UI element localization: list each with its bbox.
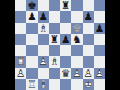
board-square-h1[interactable] <box>94 79 105 90</box>
board-square-d2[interactable] <box>49 68 60 79</box>
board-square-e5[interactable]: ♟ <box>60 34 71 45</box>
board-square-g1[interactable]: ♚♔ <box>83 79 94 90</box>
board-square-e4[interactable] <box>60 45 71 56</box>
board-square-f8[interactable] <box>71 0 82 11</box>
board-square-a5[interactable] <box>15 34 26 45</box>
board-square-c3[interactable]: ♟♙ <box>38 56 49 67</box>
chess-board: ♚♜♟♟♟♝♗♛♕♟♜♟♞♜♖♟♙♝♗♟♙♛♟♙♟♙♟♙♜♖♝♗♚♔ <box>15 0 105 90</box>
black-rook-piece[interactable]: ♜ <box>60 0 71 11</box>
board-square-g7[interactable]: ♟ <box>83 11 94 22</box>
board-square-e3[interactable] <box>60 56 71 67</box>
black-pawn-piece[interactable]: ♟ <box>26 11 37 22</box>
board-square-b1[interactable]: ♜♖ <box>26 79 37 90</box>
board-square-b6[interactable] <box>26 23 37 34</box>
board-square-a3[interactable]: ♜♖ <box>15 56 26 67</box>
black-rook-piece[interactable]: ♜ <box>49 34 60 45</box>
board-square-c7[interactable]: ♟ <box>38 11 49 22</box>
board-square-h5[interactable] <box>94 34 105 45</box>
black-queen-piece[interactable]: ♛ <box>60 68 71 79</box>
board-square-d5[interactable]: ♜ <box>49 34 60 45</box>
board-square-f1[interactable] <box>71 79 82 90</box>
board-square-h8[interactable] <box>94 0 105 11</box>
board-square-a8[interactable] <box>15 0 26 11</box>
white-rook-piece[interactable]: ♜♖ <box>15 56 26 67</box>
white-pawn-piece[interactable]: ♟♙ <box>94 68 105 79</box>
board-square-c6[interactable]: ♝♗ <box>38 23 49 34</box>
white-pawn-piece[interactable]: ♟♙ <box>71 68 82 79</box>
board-square-e8[interactable]: ♜ <box>60 0 71 11</box>
board-square-d3[interactable]: ♝♗ <box>49 56 60 67</box>
black-pawn-piece[interactable]: ♟ <box>38 11 49 22</box>
board-square-a7[interactable] <box>15 11 26 22</box>
white-king-piece[interactable]: ♚♔ <box>83 79 94 90</box>
board-square-e7[interactable] <box>60 11 71 22</box>
board-square-f2[interactable]: ♟♙ <box>71 68 82 79</box>
board-square-h3[interactable] <box>94 56 105 67</box>
board-square-g3[interactable] <box>83 56 94 67</box>
board-square-e1[interactable] <box>60 79 71 90</box>
black-pawn-piece[interactable]: ♟ <box>60 34 71 45</box>
board-square-f3[interactable] <box>71 56 82 67</box>
white-pawn-piece[interactable]: ♟♙ <box>15 68 26 79</box>
black-pawn-piece[interactable]: ♟ <box>94 23 105 34</box>
board-square-a6[interactable] <box>15 23 26 34</box>
board-square-h4[interactable] <box>94 45 105 56</box>
board-square-d1[interactable] <box>49 79 60 90</box>
board-square-b3[interactable] <box>26 56 37 67</box>
board-square-g4[interactable] <box>83 45 94 56</box>
board-square-a2[interactable]: ♟♙ <box>15 68 26 79</box>
white-pawn-piece[interactable]: ♟♙ <box>38 56 49 67</box>
board-square-b7[interactable]: ♟ <box>26 11 37 22</box>
board-square-f4[interactable] <box>71 45 82 56</box>
board-square-h2[interactable]: ♟♙ <box>94 68 105 79</box>
white-rook-piece[interactable]: ♜♖ <box>26 79 37 90</box>
board-square-h7[interactable] <box>94 11 105 22</box>
board-square-f5[interactable]: ♞ <box>71 34 82 45</box>
board-square-e2[interactable]: ♛ <box>60 68 71 79</box>
board-square-d7[interactable] <box>49 11 60 22</box>
black-knight-piece[interactable]: ♞ <box>71 34 82 45</box>
app-background: ♚♜♟♟♟♝♗♛♕♟♜♟♞♜♖♟♙♝♗♟♙♛♟♙♟♙♟♙♜♖♝♗♚♔ <box>0 0 120 90</box>
white-bishop-piece[interactable]: ♝♗ <box>49 56 60 67</box>
board-square-a1[interactable] <box>15 79 26 90</box>
board-square-c1[interactable]: ♝♗ <box>38 79 49 90</box>
board-square-f7[interactable] <box>71 11 82 22</box>
board-square-b4[interactable] <box>26 45 37 56</box>
white-bishop-piece[interactable]: ♝♗ <box>38 79 49 90</box>
board-square-d8[interactable] <box>49 0 60 11</box>
board-square-b5[interactable] <box>26 34 37 45</box>
board-square-g5[interactable] <box>83 34 94 45</box>
black-pawn-piece[interactable]: ♟ <box>83 11 94 22</box>
board-square-c5[interactable] <box>38 34 49 45</box>
board-square-g6[interactable] <box>83 23 94 34</box>
white-bishop-piece[interactable]: ♝♗ <box>38 23 49 34</box>
board-square-h6[interactable]: ♟ <box>94 23 105 34</box>
